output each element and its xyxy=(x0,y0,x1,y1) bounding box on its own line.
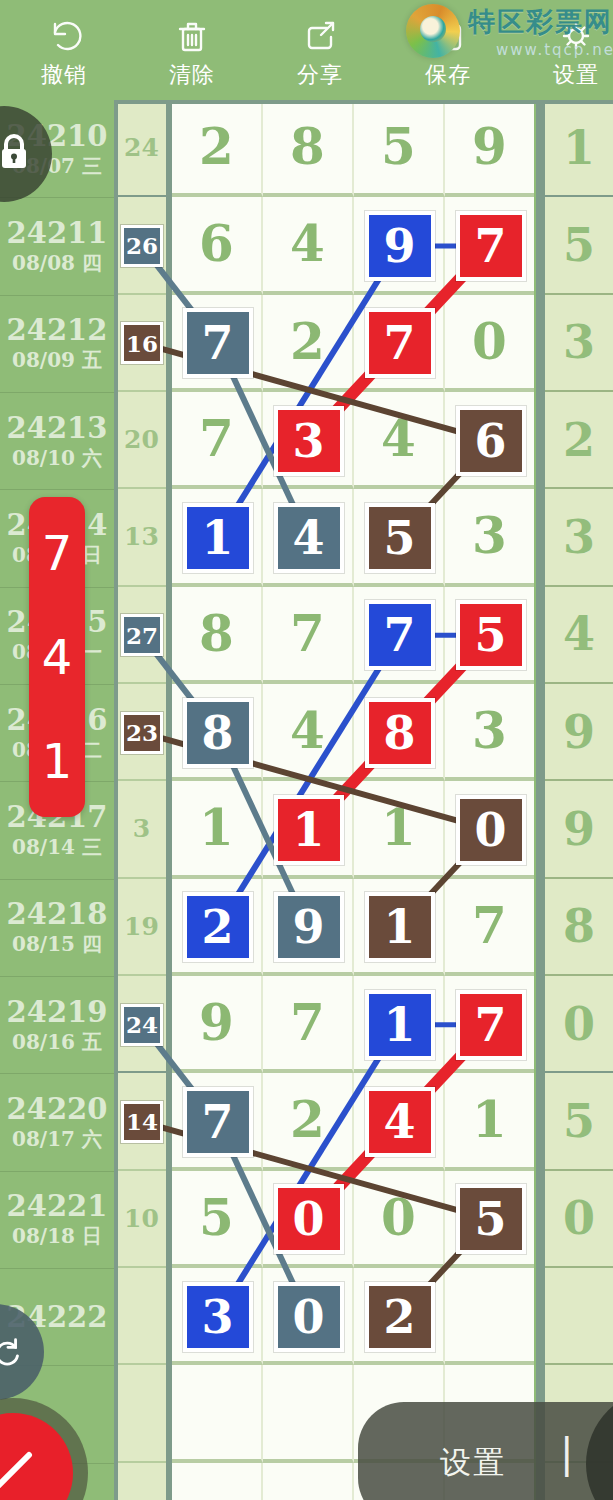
undo-button[interactable]: 撤销 xyxy=(0,0,128,100)
highlight-cell-slate[interactable]: 8 xyxy=(183,698,253,768)
sum-badge-slate[interactable]: 26 xyxy=(121,225,163,267)
save-button[interactable]: 保存 xyxy=(384,0,512,100)
sum-badge-brown[interactable]: 16 xyxy=(121,322,163,364)
redo-rotate-icon xyxy=(0,1334,26,1372)
settings-icon xyxy=(556,16,596,56)
highlight-cell-red[interactable]: 3 xyxy=(274,406,344,476)
highlight-cell-slate[interactable]: 7 xyxy=(183,1087,253,1157)
share-icon xyxy=(300,16,340,56)
highlight-cell-brown[interactable]: 0 xyxy=(456,795,526,865)
highlight-cell-red[interactable]: 7 xyxy=(365,308,435,378)
highlight-cell-slate[interactable]: 0 xyxy=(274,1282,344,1352)
share-button[interactable]: 保存 分享 xyxy=(256,0,384,100)
highlight-cell-red[interactable]: 7 xyxy=(456,211,526,281)
toolbar: 撤销 清除 保存 分享 保存 设置 xyxy=(0,0,613,100)
highlight-cell-brown[interactable]: 6 xyxy=(456,406,526,476)
prediction-strip[interactable]: 7 4 1 xyxy=(29,497,85,817)
trash-icon xyxy=(172,16,212,56)
highlight-cell-blue[interactable]: 9 xyxy=(365,211,435,281)
undo-label: 撤销 xyxy=(41,60,87,90)
prediction-digit-2: 4 xyxy=(42,633,73,681)
highlight-cell-blue[interactable]: 1 xyxy=(183,503,253,573)
sum-badge-brown[interactable]: 14 xyxy=(121,1101,163,1143)
highlight-cell-brown[interactable]: 5 xyxy=(365,503,435,573)
settings-label-top: 设置 xyxy=(553,60,599,90)
highlight-cell-red[interactable]: 4 xyxy=(365,1087,435,1157)
confirm-button[interactable] xyxy=(0,1413,73,1500)
save-label: 保存 xyxy=(425,60,471,90)
highlight-cell-blue[interactable]: 3 xyxy=(183,1282,253,1352)
highlight-cell-red[interactable]: 1 xyxy=(274,795,344,865)
highlight-cell-blue[interactable]: 7 xyxy=(365,600,435,670)
highlight-cell-slate[interactable]: 4 xyxy=(274,503,344,573)
lock-icon xyxy=(0,130,36,174)
settings-button[interactable]: 设置 xyxy=(512,0,613,100)
lottery-trend-app: { "game": "china-lottery-trend-chart", "… xyxy=(0,0,613,1500)
sum-badge-slate[interactable]: 27 xyxy=(121,614,163,656)
highlight-cell-red[interactable]: 5 xyxy=(456,600,526,670)
undo-icon xyxy=(44,16,84,56)
prediction-digit-3: 1 xyxy=(42,737,73,785)
highlight-cell-slate[interactable]: 7 xyxy=(183,308,253,378)
highlight-cell-brown[interactable]: 2 xyxy=(365,1282,435,1352)
sum-badge-slate[interactable]: 24 xyxy=(121,1004,163,1046)
highlight-cell-blue[interactable]: 1 xyxy=(365,990,435,1060)
highlight-cell-brown[interactable]: 5 xyxy=(456,1184,526,1254)
highlight-cell-red[interactable]: 0 xyxy=(274,1184,344,1254)
highlight-cell-red[interactable]: 7 xyxy=(456,990,526,1060)
check-icon xyxy=(0,1443,43,1500)
highlight-cell-red[interactable]: 8 xyxy=(365,698,435,768)
highlight-cell-blue[interactable]: 2 xyxy=(183,892,253,962)
highlight-cell-brown[interactable]: 1 xyxy=(365,892,435,962)
settings-pill[interactable]: 设置 | 7 xyxy=(358,1402,613,1500)
share-label: 分享 xyxy=(297,60,343,90)
clear-button[interactable]: 清除 xyxy=(128,0,256,100)
preview-digit-button[interactable]: 7 xyxy=(586,1388,613,1500)
settings-pill-separator: | xyxy=(560,1430,573,1476)
clear-label: 清除 xyxy=(169,60,215,90)
prediction-digit-1: 7 xyxy=(42,529,73,577)
settings-pill-label[interactable]: 设置 xyxy=(440,1442,506,1484)
trend-chart-grid[interactable]: 2421008/07 三24285912421108/08 四645242120… xyxy=(0,100,613,1500)
highlight-cell-slate[interactable]: 9 xyxy=(274,892,344,962)
sum-badge-brown[interactable]: 23 xyxy=(121,712,163,754)
save-icon xyxy=(428,16,468,56)
